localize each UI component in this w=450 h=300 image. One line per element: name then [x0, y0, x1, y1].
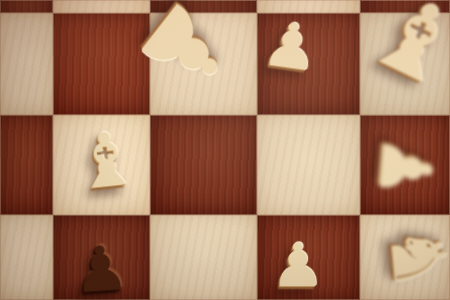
white-pawn-piece[interactable]: ♟	[367, 133, 442, 202]
white-pawn-piece-fallen[interactable]: ♟	[120, 0, 251, 113]
chessboard-photo: ♟♟♝♝♟♟♟♞	[0, 0, 450, 300]
white-pawn-piece[interactable]: ♟	[271, 235, 325, 295]
pieces-layer: ♟♟♝♝♟♟♟♞	[0, 0, 450, 300]
white-bishop-piece[interactable]: ♝	[353, 0, 450, 106]
black-pawn-piece[interactable]: ♟	[71, 237, 131, 300]
white-knight-piece[interactable]: ♞	[379, 222, 450, 295]
white-bishop-piece[interactable]: ♝	[69, 120, 143, 201]
white-pawn-piece[interactable]: ♟	[259, 12, 323, 81]
